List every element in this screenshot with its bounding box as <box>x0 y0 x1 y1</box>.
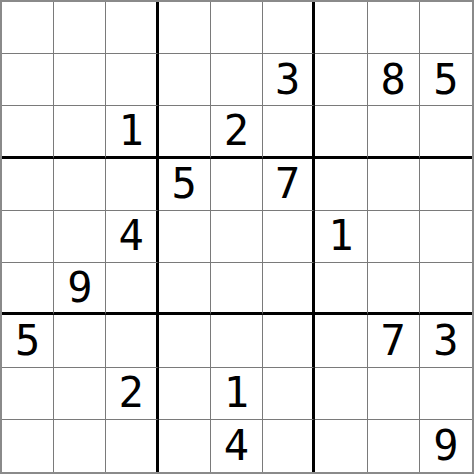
cell-r8c6[interactable] <box>263 368 315 420</box>
cell-r4c8[interactable] <box>368 159 420 211</box>
cell-r6c9[interactable] <box>420 263 472 315</box>
cell-r9c4[interactable] <box>159 420 211 472</box>
cell-r4c7[interactable] <box>315 159 367 211</box>
cell-r8c1[interactable] <box>2 368 54 420</box>
cell-r8c8[interactable] <box>368 368 420 420</box>
cell-r7c6[interactable] <box>263 315 315 367</box>
cell-r3c2[interactable] <box>54 106 106 158</box>
cell-r2c7[interactable] <box>315 54 367 106</box>
cell-r5c9[interactable] <box>420 211 472 263</box>
cell-r6c3[interactable] <box>106 263 158 315</box>
cell-r7c8[interactable]: 7 <box>368 315 420 367</box>
cell-r8c5[interactable]: 1 <box>211 368 263 420</box>
cell-r3c6[interactable] <box>263 106 315 158</box>
cell-r1c4[interactable] <box>159 2 211 54</box>
cell-r8c3[interactable]: 2 <box>106 368 158 420</box>
cell-r3c5[interactable]: 2 <box>211 106 263 158</box>
cell-r9c9[interactable]: 9 <box>420 420 472 472</box>
cell-r8c7[interactable] <box>315 368 367 420</box>
cell-r5c6[interactable] <box>263 211 315 263</box>
cell-r1c5[interactable] <box>211 2 263 54</box>
cell-r1c7[interactable] <box>315 2 367 54</box>
cell-r7c7[interactable] <box>315 315 367 367</box>
cell-r5c8[interactable] <box>368 211 420 263</box>
cell-r4c9[interactable] <box>420 159 472 211</box>
cell-r1c3[interactable] <box>106 2 158 54</box>
cell-r6c5[interactable] <box>211 263 263 315</box>
cell-r9c5[interactable]: 4 <box>211 420 263 472</box>
cell-r9c3[interactable] <box>106 420 158 472</box>
cell-r7c4[interactable] <box>159 315 211 367</box>
cell-r3c3[interactable]: 1 <box>106 106 158 158</box>
cell-r7c3[interactable] <box>106 315 158 367</box>
cell-r7c2[interactable] <box>54 315 106 367</box>
cell-r1c1[interactable] <box>2 2 54 54</box>
sudoku-board: 38512574195732149 <box>0 0 474 474</box>
cell-r1c9[interactable] <box>420 2 472 54</box>
cell-r4c3[interactable] <box>106 159 158 211</box>
cell-r8c4[interactable] <box>159 368 211 420</box>
cell-r6c1[interactable] <box>2 263 54 315</box>
cell-r3c8[interactable] <box>368 106 420 158</box>
cell-r1c8[interactable] <box>368 2 420 54</box>
cell-r5c1[interactable] <box>2 211 54 263</box>
cell-r4c4[interactable]: 5 <box>159 159 211 211</box>
cell-r9c6[interactable] <box>263 420 315 472</box>
cell-r6c7[interactable] <box>315 263 367 315</box>
cell-r1c2[interactable] <box>54 2 106 54</box>
cell-r3c1[interactable] <box>2 106 54 158</box>
cell-r2c3[interactable] <box>106 54 158 106</box>
cell-r1c6[interactable] <box>263 2 315 54</box>
cell-r3c4[interactable] <box>159 106 211 158</box>
cell-r2c4[interactable] <box>159 54 211 106</box>
cell-r6c6[interactable] <box>263 263 315 315</box>
cell-r2c2[interactable] <box>54 54 106 106</box>
cell-r2c1[interactable] <box>2 54 54 106</box>
cell-r4c1[interactable] <box>2 159 54 211</box>
cell-r3c9[interactable] <box>420 106 472 158</box>
cell-r5c2[interactable] <box>54 211 106 263</box>
cell-r7c1[interactable]: 5 <box>2 315 54 367</box>
cell-r2c6[interactable]: 3 <box>263 54 315 106</box>
cell-r9c2[interactable] <box>54 420 106 472</box>
cell-r9c7[interactable] <box>315 420 367 472</box>
cell-r5c4[interactable] <box>159 211 211 263</box>
cell-r7c9[interactable]: 3 <box>420 315 472 367</box>
cell-r4c5[interactable] <box>211 159 263 211</box>
cell-r7c5[interactable] <box>211 315 263 367</box>
cell-r8c2[interactable] <box>54 368 106 420</box>
cell-r2c8[interactable]: 8 <box>368 54 420 106</box>
cell-r8c9[interactable] <box>420 368 472 420</box>
cell-r4c6[interactable]: 7 <box>263 159 315 211</box>
cell-r6c4[interactable] <box>159 263 211 315</box>
cell-r2c9[interactable]: 5 <box>420 54 472 106</box>
cell-r3c7[interactable] <box>315 106 367 158</box>
cell-r2c5[interactable] <box>211 54 263 106</box>
cell-r9c1[interactable] <box>2 420 54 472</box>
cell-r9c8[interactable] <box>368 420 420 472</box>
cell-r6c8[interactable] <box>368 263 420 315</box>
cell-r5c7[interactable]: 1 <box>315 211 367 263</box>
cell-r5c5[interactable] <box>211 211 263 263</box>
cell-r4c2[interactable] <box>54 159 106 211</box>
cell-r5c3[interactable]: 4 <box>106 211 158 263</box>
cell-r6c2[interactable]: 9 <box>54 263 106 315</box>
